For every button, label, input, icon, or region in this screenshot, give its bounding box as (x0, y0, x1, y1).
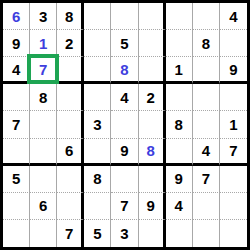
cell-r8c6[interactable]: 9 (139, 193, 166, 220)
cell-r7c3[interactable] (57, 166, 84, 193)
cell-r7c9[interactable] (220, 166, 247, 193)
cell-r8c3[interactable] (57, 193, 84, 220)
cell-r9c6[interactable] (139, 220, 166, 247)
cell-r4c4[interactable] (84, 84, 111, 111)
cell-r1c7[interactable] (166, 3, 193, 30)
cell-r3c9[interactable]: 9 (220, 57, 247, 84)
cell-r5c1[interactable]: 7 (3, 111, 30, 138)
cell-r2c9[interactable] (220, 30, 247, 57)
cell-r3c1[interactable]: 4 (3, 57, 30, 84)
cell-r7c5[interactable] (111, 166, 138, 193)
cell-r7c4[interactable]: 8 (84, 166, 111, 193)
cell-r3c4[interactable] (84, 57, 111, 84)
cell-r1c8[interactable] (193, 3, 220, 30)
cell-r6c8[interactable]: 4 (193, 139, 220, 166)
cell-r4c7[interactable] (166, 84, 193, 111)
cell-r8c8[interactable] (193, 193, 220, 220)
cell-r5c5[interactable] (111, 111, 138, 138)
cell-r3c6[interactable] (139, 57, 166, 84)
cell-r4c6[interactable]: 2 (139, 84, 166, 111)
cell-r2c2[interactable]: 1 (30, 30, 57, 57)
cell-r3c8[interactable] (193, 57, 220, 84)
cell-r8c7[interactable]: 4 (166, 193, 193, 220)
cell-r8c1[interactable] (3, 193, 30, 220)
cell-r7c7[interactable]: 9 (166, 166, 193, 193)
cell-r3c2[interactable]: 7 (30, 57, 57, 84)
cell-r9c1[interactable] (3, 220, 30, 247)
cell-r5c6[interactable] (139, 111, 166, 138)
cell-r7c2[interactable] (30, 166, 57, 193)
cell-r7c6[interactable] (139, 166, 166, 193)
cell-r6c3[interactable]: 6 (57, 139, 84, 166)
cell-r2c6[interactable] (139, 30, 166, 57)
cell-r5c9[interactable]: 1 (220, 111, 247, 138)
cell-r1c6[interactable] (139, 3, 166, 30)
cell-r8c2[interactable]: 6 (30, 193, 57, 220)
cell-r2c3[interactable]: 2 (57, 30, 84, 57)
cell-r5c8[interactable] (193, 111, 220, 138)
cell-r1c4[interactable] (84, 3, 111, 30)
cell-r7c8[interactable]: 7 (193, 166, 220, 193)
cell-r2c5[interactable]: 5 (111, 30, 138, 57)
cell-r1c5[interactable] (111, 3, 138, 30)
cell-r8c9[interactable] (220, 193, 247, 220)
cell-r5c3[interactable] (57, 111, 84, 138)
cell-r4c1[interactable] (3, 84, 30, 111)
cell-r3c5[interactable]: 8 (111, 57, 138, 84)
sudoku-board: 6384912584781984273816984758976794753 (0, 0, 250, 250)
cell-r6c5[interactable]: 9 (111, 139, 138, 166)
cell-r9c9[interactable] (220, 220, 247, 247)
cell-r4c9[interactable] (220, 84, 247, 111)
cell-r4c3[interactable] (57, 84, 84, 111)
cell-r6c9[interactable]: 7 (220, 139, 247, 166)
cell-r5c4[interactable]: 3 (84, 111, 111, 138)
cell-r4c2[interactable]: 8 (30, 84, 57, 111)
cell-r5c7[interactable]: 8 (166, 111, 193, 138)
cell-r6c6[interactable]: 8 (139, 139, 166, 166)
cell-r9c2[interactable] (30, 220, 57, 247)
cell-r2c7[interactable] (166, 30, 193, 57)
cell-r9c8[interactable] (193, 220, 220, 247)
cell-r6c4[interactable] (84, 139, 111, 166)
cell-r6c2[interactable] (30, 139, 57, 166)
cell-r2c1[interactable]: 9 (3, 30, 30, 57)
cell-r6c7[interactable] (166, 139, 193, 166)
cell-r9c5[interactable]: 3 (111, 220, 138, 247)
cell-r2c4[interactable] (84, 30, 111, 57)
cell-r6c1[interactable] (3, 139, 30, 166)
cell-r1c9[interactable]: 4 (220, 3, 247, 30)
cell-r7c1[interactable]: 5 (3, 166, 30, 193)
cell-r1c2[interactable]: 3 (30, 3, 57, 30)
cell-r8c4[interactable] (84, 193, 111, 220)
cell-r1c1[interactable]: 6 (3, 3, 30, 30)
cell-r5c2[interactable] (30, 111, 57, 138)
cell-r9c7[interactable] (166, 220, 193, 247)
cell-r3c3[interactable] (57, 57, 84, 84)
cell-r9c3[interactable]: 7 (57, 220, 84, 247)
cell-r8c5[interactable]: 7 (111, 193, 138, 220)
cell-r1c3[interactable]: 8 (57, 3, 84, 30)
cell-r4c5[interactable]: 4 (111, 84, 138, 111)
cell-r2c8[interactable]: 8 (193, 30, 220, 57)
cell-r9c4[interactable]: 5 (84, 220, 111, 247)
cell-r3c7[interactable]: 1 (166, 57, 193, 84)
cell-r4c8[interactable] (193, 84, 220, 111)
